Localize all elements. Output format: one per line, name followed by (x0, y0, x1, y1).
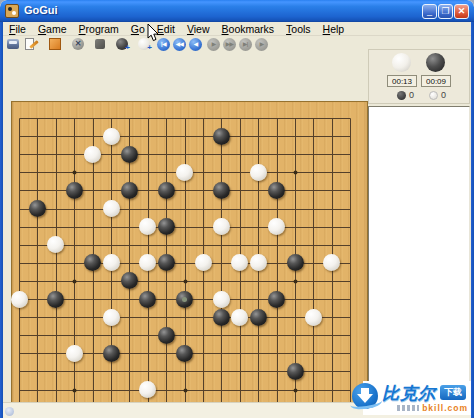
white-prisoners-count: 0 (441, 90, 446, 100)
menu-tools[interactable]: Tools (282, 23, 315, 35)
mouse-cursor (147, 23, 160, 42)
play-black-button[interactable]: + (115, 37, 130, 51)
titlebar: GoGui _ ❐ ✕ (0, 0, 474, 22)
pass-icon: ✕ (72, 38, 84, 50)
white-clock: 00:13 (387, 75, 417, 87)
board-icon (49, 38, 61, 50)
open-button[interactable] (6, 37, 21, 51)
stone-black-M18 (213, 128, 230, 145)
stone-white-F8 (103, 309, 120, 326)
stone-black-K9 (176, 291, 193, 308)
main-area: 00:13 00:09 0 0 (3, 52, 471, 402)
comment-area[interactable] (368, 106, 470, 397)
forward-button[interactable]: ▶ (206, 37, 221, 51)
menu-game[interactable]: Game (34, 23, 71, 35)
stop-icon (95, 39, 105, 49)
menu-view[interactable]: View (183, 23, 214, 35)
window-icon (5, 4, 19, 18)
nav-back10-icon: ◀◀ (173, 38, 186, 51)
stone-white-L11 (195, 254, 212, 271)
stone-black-Q5 (287, 363, 304, 380)
stone-black-D15 (66, 182, 83, 199)
black-clock: 00:09 (421, 75, 451, 87)
stone-black-C9 (47, 291, 64, 308)
pass-button[interactable]: ✕ (71, 37, 86, 51)
menu-bookmarks[interactable]: Bookmarks (218, 23, 279, 35)
minimize-button[interactable]: _ (422, 4, 437, 19)
interrupt-button[interactable] (93, 37, 108, 51)
stone-black-J7 (158, 327, 175, 344)
stone-white-F14 (103, 200, 120, 217)
stone-white-R8 (305, 309, 322, 326)
stone-white-M9 (213, 291, 230, 308)
stone-white-D6 (66, 345, 83, 362)
save-button[interactable] (24, 37, 39, 51)
stone-black-F6 (103, 345, 120, 362)
stone-white-F18 (103, 128, 120, 145)
next-variation-button[interactable]: ▶ (254, 37, 269, 51)
nav-back-icon: ◀ (189, 38, 202, 51)
gogui-window: GoGui _ ❐ ✕ FileGameProgramGoEditViewBoo… (0, 0, 474, 418)
nav-down-icon: ▶ (255, 38, 268, 51)
stone-white-A9 (11, 291, 28, 308)
stone-white-O16 (250, 164, 267, 181)
stone-black-J15 (158, 182, 175, 199)
stone-black-O8 (250, 309, 267, 326)
stone-black-G17 (121, 146, 138, 163)
stone-black-M8 (213, 309, 230, 326)
watermark-url: bkill.com (384, 403, 468, 413)
stone-black-P15 (268, 182, 285, 199)
stone-black-B14 (29, 200, 46, 217)
window-border-left (0, 22, 3, 418)
backward-10-button[interactable]: ◀◀ (172, 37, 187, 51)
menu-help[interactable]: Help (319, 23, 349, 35)
stone-white-N8 (231, 309, 248, 326)
status-icon (5, 407, 14, 416)
stone-white-E17 (84, 146, 101, 163)
last-move-marker (182, 297, 187, 302)
close-button[interactable]: ✕ (454, 4, 469, 19)
goban[interactable] (11, 101, 368, 418)
menu-program[interactable]: Program (75, 23, 123, 35)
forward-10-button[interactable]: ▶▶ (222, 37, 237, 51)
stone-white-O11 (250, 254, 267, 271)
black-player-stone-icon (426, 53, 445, 72)
maximize-button[interactable]: ❐ (438, 4, 453, 19)
white-prisoners-stone-icon (429, 91, 438, 100)
watermark-download-badge: 下载 (440, 385, 466, 400)
stone-black-K6 (176, 345, 193, 362)
white-player-stone-icon (392, 53, 411, 72)
stone-black-H9 (139, 291, 156, 308)
stone-black-J11 (158, 254, 175, 271)
stone-white-M13 (213, 218, 230, 235)
stone-black-M15 (213, 182, 230, 199)
stone-white-K16 (176, 164, 193, 181)
nav-end-icon: ▶| (239, 38, 252, 51)
stone-black-P9 (268, 291, 285, 308)
menu-file[interactable]: File (5, 23, 30, 35)
menu-go[interactable]: Go (127, 23, 149, 35)
window-title: GoGui (24, 4, 58, 16)
black-stone-plus-icon: + (116, 38, 128, 50)
nav-forward10-icon: ▶▶ (223, 38, 236, 51)
backward-button[interactable]: ◀ (188, 37, 203, 51)
stone-black-Q11 (287, 254, 304, 271)
document-icon (7, 39, 19, 49)
document-pencil-icon (25, 38, 34, 50)
end-button[interactable]: ▶| (238, 37, 253, 51)
nav-forward-icon: ▶ (207, 38, 220, 51)
menubar: FileGameProgramGoEditViewBookmarksToolsH… (3, 22, 471, 36)
board-grid (12, 102, 369, 418)
stone-black-G15 (121, 182, 138, 199)
black-prisoners-count: 0 (409, 90, 414, 100)
stone-white-F11 (103, 254, 120, 271)
black-prisoners-stone-icon (397, 91, 406, 100)
watermark: 比克尔 下载 bkill.com (352, 381, 471, 415)
watermark-site-name: 比克尔 (382, 382, 436, 405)
stone-black-J13 (158, 218, 175, 235)
clock-panel: 00:13 00:09 0 0 (368, 49, 470, 104)
new-game-button[interactable] (48, 37, 63, 51)
